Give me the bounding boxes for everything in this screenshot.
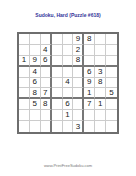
- cell-r9c4: [52, 121, 63, 132]
- cell-r2c6: 2: [73, 45, 84, 56]
- cell-r9c6: 3: [73, 121, 84, 132]
- cell-r1c5: [63, 34, 74, 45]
- cell-r4c3: [41, 67, 52, 78]
- cell-r9c8: [95, 121, 106, 132]
- sudoku-board: 98421968463649887155867113: [17, 32, 119, 134]
- cell-r4c5: [63, 67, 74, 78]
- cell-r3c5: [63, 56, 74, 67]
- cell-r1c1: [19, 34, 30, 45]
- cell-r7c1: [19, 99, 30, 110]
- cell-r2c5: [63, 45, 74, 56]
- cell-r7c6: [73, 99, 84, 110]
- cell-r5c2: 6: [30, 78, 41, 89]
- cell-r3c1: 1: [19, 56, 30, 67]
- cell-r2c3: 4: [41, 45, 52, 56]
- cell-r4c8: 3: [95, 67, 106, 78]
- cell-r4c1: [19, 67, 30, 78]
- cell-r2c1: [19, 45, 30, 56]
- cell-r9c1: [19, 121, 30, 132]
- sudoku-page: Sudoku, Hard (Puzzle #618) 9842196846364…: [0, 0, 136, 176]
- cell-r9c3: [41, 121, 52, 132]
- cell-r3c2: 9: [30, 56, 41, 67]
- cell-r6c1: [19, 88, 30, 99]
- cell-r6c6: [73, 88, 84, 99]
- cell-r8c4: [52, 110, 63, 121]
- cell-r2c8: [95, 45, 106, 56]
- cell-r5c9: [106, 78, 117, 89]
- cell-r2c4: [52, 45, 63, 56]
- cell-r5c4: [52, 78, 63, 89]
- cell-r4c2: 4: [30, 67, 41, 78]
- cell-r4c7: 6: [84, 67, 95, 78]
- cell-r1c3: [41, 34, 52, 45]
- cell-r7c5: 6: [63, 99, 74, 110]
- cell-r9c9: [106, 121, 117, 132]
- cell-r6c9: 5: [106, 88, 117, 99]
- cell-r7c3: 8: [41, 99, 52, 110]
- cell-r1c8: [95, 34, 106, 45]
- cell-r5c1: [19, 78, 30, 89]
- cell-r3c3: 6: [41, 56, 52, 67]
- cell-r4c9: [106, 67, 117, 78]
- cell-r3c7: [84, 56, 95, 67]
- cell-r8c1: [19, 110, 30, 121]
- cell-r5c6: [73, 78, 84, 89]
- cell-r2c7: [84, 45, 95, 56]
- cell-r3c8: [95, 56, 106, 67]
- cell-r1c7: 8: [84, 34, 95, 45]
- cell-r6c4: [52, 88, 63, 99]
- cell-r6c3: 7: [41, 88, 52, 99]
- cell-r3c4: [52, 56, 63, 67]
- cell-r8c3: [41, 110, 52, 121]
- cell-r2c9: [106, 45, 117, 56]
- cell-r8c2: [30, 110, 41, 121]
- cell-r3c9: [106, 56, 117, 67]
- cell-r7c2: 5: [30, 99, 41, 110]
- cell-r9c5: [63, 121, 74, 132]
- cell-r6c2: 8: [30, 88, 41, 99]
- cell-r1c6: 9: [73, 34, 84, 45]
- cell-r1c2: [30, 34, 41, 45]
- cell-r5c7: 9: [84, 78, 95, 89]
- cell-r8c6: [73, 110, 84, 121]
- cell-r2c2: [30, 45, 41, 56]
- cell-r9c2: [30, 121, 41, 132]
- cell-r7c7: 7: [84, 99, 95, 110]
- cell-r5c3: [41, 78, 52, 89]
- cell-r7c9: [106, 99, 117, 110]
- cell-r8c8: [95, 110, 106, 121]
- cell-r7c4: [52, 99, 63, 110]
- cell-r8c7: [84, 110, 95, 121]
- cell-r8c5: 1: [63, 110, 74, 121]
- cell-r6c8: [95, 88, 106, 99]
- cell-r6c7: 1: [84, 88, 95, 99]
- cell-r1c4: [52, 34, 63, 45]
- cell-r4c4: [52, 67, 63, 78]
- cell-r5c8: 8: [95, 78, 106, 89]
- cell-r6c5: [63, 88, 74, 99]
- cell-r4c6: [73, 67, 84, 78]
- cell-r9c7: [84, 121, 95, 132]
- cell-r5c5: 4: [63, 78, 74, 89]
- cell-r7c8: 1: [95, 99, 106, 110]
- footer-url: www.PrintFreeSudoku.com: [0, 163, 136, 168]
- page-title: Sudoku, Hard (Puzzle #618): [0, 12, 136, 18]
- cell-r3c6: 8: [73, 56, 84, 67]
- cell-r1c9: [106, 34, 117, 45]
- cell-r8c9: [106, 110, 117, 121]
